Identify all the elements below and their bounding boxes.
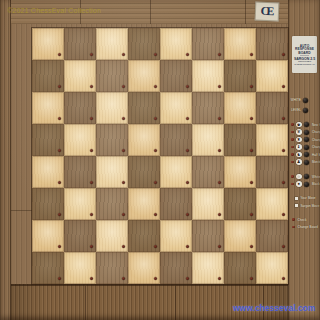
knight-button-label: Half Move bbox=[312, 153, 320, 157]
square-c4[interactable] bbox=[96, 156, 128, 188]
module-info-label: AUTO RESPONSE BOARD SARGON 2.5 COMPUTER … bbox=[292, 36, 317, 73]
pawn-button[interactable] bbox=[304, 160, 309, 165]
your-move-indicator bbox=[295, 197, 298, 200]
square-a7[interactable] bbox=[32, 60, 64, 92]
square-led bbox=[186, 85, 189, 88]
control-row-sargon-move: Sargon Move bbox=[289, 202, 320, 210]
square-b5[interactable] bbox=[64, 124, 96, 156]
square-led bbox=[154, 181, 157, 184]
square-a1[interactable] bbox=[32, 252, 64, 284]
square-d8[interactable] bbox=[128, 28, 160, 60]
square-e1[interactable] bbox=[160, 252, 192, 284]
square-led bbox=[90, 245, 93, 248]
square-d5[interactable] bbox=[128, 124, 160, 156]
square-led bbox=[90, 181, 93, 184]
square-b7[interactable] bbox=[64, 60, 96, 92]
queen-piece-icon: ♛ bbox=[296, 129, 302, 135]
queen-button[interactable] bbox=[304, 130, 309, 135]
change-board-label: Change Board bbox=[298, 225, 319, 229]
square-a2[interactable] bbox=[32, 220, 64, 252]
square-led bbox=[282, 117, 285, 120]
square-led bbox=[250, 213, 253, 216]
square-led bbox=[122, 53, 125, 56]
square-led bbox=[122, 117, 125, 120]
square-led bbox=[122, 277, 125, 280]
control-row-white: WHITE bbox=[289, 96, 320, 104]
square-b4[interactable] bbox=[64, 156, 96, 188]
square-led bbox=[218, 181, 221, 184]
square-f4[interactable] bbox=[192, 156, 224, 188]
pawn-button-label: Monitor bbox=[312, 160, 320, 164]
square-led bbox=[154, 213, 157, 216]
square-led bbox=[90, 53, 93, 56]
bishop-button-label: Change Board bbox=[312, 145, 320, 149]
sargon-move-label: Sargon Move bbox=[301, 204, 320, 208]
square-g6[interactable] bbox=[224, 92, 256, 124]
square-b3[interactable] bbox=[64, 188, 96, 220]
square-h7[interactable] bbox=[256, 60, 288, 92]
white-indicator-label: White bbox=[312, 175, 320, 179]
your-move-label: Your Move bbox=[301, 196, 316, 200]
square-d2[interactable] bbox=[128, 220, 160, 252]
square-a4[interactable] bbox=[32, 156, 64, 188]
square-led bbox=[154, 245, 157, 248]
square-c1[interactable] bbox=[96, 252, 128, 284]
level-button-label: LEVEL bbox=[289, 108, 301, 112]
frame-rail-left bbox=[0, 0, 11, 320]
square-led bbox=[122, 181, 125, 184]
square-h4[interactable] bbox=[256, 156, 288, 188]
square-led bbox=[218, 117, 221, 120]
knight-led bbox=[291, 153, 294, 156]
square-led bbox=[250, 85, 253, 88]
rook-button-label: Change Turn bbox=[312, 138, 320, 142]
square-d3[interactable] bbox=[128, 188, 160, 220]
wood-seam bbox=[245, 0, 246, 24]
square-led bbox=[282, 181, 285, 184]
square-led bbox=[186, 117, 189, 120]
rook-led bbox=[291, 138, 294, 141]
square-led bbox=[186, 181, 189, 184]
white-indicator-button[interactable] bbox=[304, 174, 309, 179]
square-a5[interactable] bbox=[32, 124, 64, 156]
square-led bbox=[58, 85, 61, 88]
square-f5[interactable] bbox=[192, 124, 224, 156]
king-piece-icon: ♚ bbox=[296, 122, 302, 128]
square-c2[interactable] bbox=[96, 220, 128, 252]
square-e3[interactable] bbox=[160, 188, 192, 220]
square-c6[interactable] bbox=[96, 92, 128, 124]
square-led bbox=[282, 245, 285, 248]
square-a8[interactable] bbox=[32, 28, 64, 60]
change-board-led bbox=[292, 226, 295, 229]
square-c7[interactable] bbox=[96, 60, 128, 92]
square-b6[interactable] bbox=[64, 92, 96, 124]
black-indicator-button[interactable] bbox=[304, 182, 309, 187]
control-row-black-indicator: ● Black bbox=[289, 180, 320, 188]
knight-piece-icon: ♞ bbox=[296, 152, 302, 158]
square-led bbox=[154, 149, 157, 152]
level-button[interactable] bbox=[303, 108, 308, 113]
black-indicator-led bbox=[291, 183, 294, 186]
square-d6[interactable] bbox=[128, 92, 160, 124]
square-g1[interactable] bbox=[224, 252, 256, 284]
check-led bbox=[292, 218, 295, 221]
pawn-piece-icon: ♟ bbox=[296, 159, 302, 165]
square-led bbox=[122, 213, 125, 216]
control-row-level: LEVEL bbox=[289, 106, 320, 114]
square-b2[interactable] bbox=[64, 220, 96, 252]
square-led bbox=[218, 149, 221, 152]
square-b8[interactable] bbox=[64, 28, 96, 60]
square-led bbox=[90, 117, 93, 120]
square-led bbox=[250, 245, 253, 248]
ce-logo-icon: CE bbox=[260, 4, 271, 19]
square-led bbox=[58, 181, 61, 184]
square-g7[interactable] bbox=[224, 60, 256, 92]
king-button-label: New Game bbox=[312, 123, 320, 127]
square-led bbox=[186, 53, 189, 56]
square-led bbox=[186, 245, 189, 248]
square-led bbox=[90, 149, 93, 152]
square-led bbox=[186, 277, 189, 280]
square-c3[interactable] bbox=[96, 188, 128, 220]
square-e5[interactable] bbox=[160, 124, 192, 156]
square-f3[interactable] bbox=[192, 188, 224, 220]
black-indicator-label: Black bbox=[312, 182, 320, 186]
square-d4[interactable] bbox=[128, 156, 160, 188]
pawn-led bbox=[291, 161, 294, 164]
square-d7[interactable] bbox=[128, 60, 160, 92]
square-led bbox=[218, 53, 221, 56]
square-h2[interactable] bbox=[256, 220, 288, 252]
square-b1[interactable] bbox=[64, 252, 96, 284]
square-led bbox=[218, 245, 221, 248]
control-row-pawn: ♟ Monitor bbox=[289, 158, 320, 166]
square-c8[interactable] bbox=[96, 28, 128, 60]
square-led bbox=[154, 277, 157, 280]
bishop-button[interactable] bbox=[304, 145, 309, 150]
white-button[interactable] bbox=[303, 98, 308, 103]
square-led bbox=[250, 117, 253, 120]
square-led bbox=[58, 245, 61, 248]
square-led bbox=[90, 277, 93, 280]
square-g4[interactable] bbox=[224, 156, 256, 188]
board-panel bbox=[11, 24, 288, 284]
square-led bbox=[90, 85, 93, 88]
info-sub2: CHESS PROGRAM bbox=[294, 63, 314, 65]
square-g8[interactable] bbox=[224, 28, 256, 60]
square-a3[interactable] bbox=[32, 188, 64, 220]
wood-seam bbox=[150, 0, 151, 24]
frame-rail-bottom bbox=[11, 284, 288, 320]
square-led bbox=[186, 213, 189, 216]
square-d1[interactable] bbox=[128, 252, 160, 284]
square-led bbox=[282, 53, 285, 56]
square-e8[interactable] bbox=[160, 28, 192, 60]
info-line-board: BOARD bbox=[298, 50, 310, 54]
check-label: Check bbox=[298, 218, 307, 222]
white-button-label: WHITE bbox=[289, 98, 301, 102]
square-led bbox=[218, 85, 221, 88]
chess-board bbox=[32, 28, 288, 284]
control-row-change-board: Change Board bbox=[289, 223, 320, 231]
square-f2[interactable] bbox=[192, 220, 224, 252]
square-g5[interactable] bbox=[224, 124, 256, 156]
bishop-led bbox=[291, 146, 294, 149]
square-led bbox=[122, 245, 125, 248]
square-led bbox=[250, 277, 253, 280]
square-g3[interactable] bbox=[224, 188, 256, 220]
square-f6[interactable] bbox=[192, 92, 224, 124]
square-e4[interactable] bbox=[160, 156, 192, 188]
white-color-icon: ○ bbox=[296, 174, 302, 180]
queen-led bbox=[291, 131, 294, 134]
square-led bbox=[218, 277, 221, 280]
square-a6[interactable] bbox=[32, 92, 64, 124]
sargon-move-indicator bbox=[295, 204, 298, 207]
black-color-icon: ● bbox=[296, 181, 302, 187]
square-led bbox=[282, 213, 285, 216]
maker-logo-label: CE bbox=[255, 2, 280, 22]
rook-piece-icon: ♜ bbox=[296, 137, 302, 143]
square-led bbox=[58, 277, 61, 280]
square-g2[interactable] bbox=[224, 220, 256, 252]
square-led bbox=[58, 213, 61, 216]
square-led bbox=[282, 149, 285, 152]
square-led bbox=[58, 149, 61, 152]
square-led bbox=[250, 53, 253, 56]
white-indicator-led bbox=[291, 175, 294, 178]
square-led bbox=[122, 85, 125, 88]
copyright-watermark: ©2021 ChessEval Collection bbox=[7, 7, 101, 14]
square-h3[interactable] bbox=[256, 188, 288, 220]
square-h1[interactable] bbox=[256, 252, 288, 284]
square-led bbox=[250, 181, 253, 184]
king-led bbox=[291, 123, 294, 126]
chessboard-photo: CE AUTO RESPONSE BOARD SARGON 2.5 COMPUT… bbox=[0, 0, 320, 320]
square-f1[interactable] bbox=[192, 252, 224, 284]
square-led bbox=[154, 53, 157, 56]
wood-seam bbox=[85, 286, 86, 320]
square-f7[interactable] bbox=[192, 60, 224, 92]
king-button[interactable] bbox=[304, 122, 309, 127]
website-watermark: www.chesseval.com bbox=[233, 303, 315, 313]
square-f8[interactable] bbox=[192, 28, 224, 60]
wood-seam bbox=[175, 286, 176, 320]
bishop-piece-icon: ♝ bbox=[296, 144, 302, 150]
square-led bbox=[282, 85, 285, 88]
square-led bbox=[58, 53, 61, 56]
wood-seam bbox=[11, 210, 32, 211]
square-h8[interactable] bbox=[256, 28, 288, 60]
square-led bbox=[58, 117, 61, 120]
square-led bbox=[154, 117, 157, 120]
square-led bbox=[218, 213, 221, 216]
square-led bbox=[122, 149, 125, 152]
square-led bbox=[154, 85, 157, 88]
square-led bbox=[186, 149, 189, 152]
square-h5[interactable] bbox=[256, 124, 288, 156]
square-led bbox=[250, 149, 253, 152]
square-led bbox=[282, 277, 285, 280]
square-c5[interactable] bbox=[96, 124, 128, 156]
square-e6[interactable] bbox=[160, 92, 192, 124]
queen-button-label: Change Level bbox=[312, 130, 320, 134]
rook-button[interactable] bbox=[304, 137, 309, 142]
square-led bbox=[90, 213, 93, 216]
square-h6[interactable] bbox=[256, 92, 288, 124]
knight-button[interactable] bbox=[304, 152, 309, 157]
label-divider bbox=[300, 55, 309, 56]
square-e2[interactable] bbox=[160, 220, 192, 252]
square-e7[interactable] bbox=[160, 60, 192, 92]
